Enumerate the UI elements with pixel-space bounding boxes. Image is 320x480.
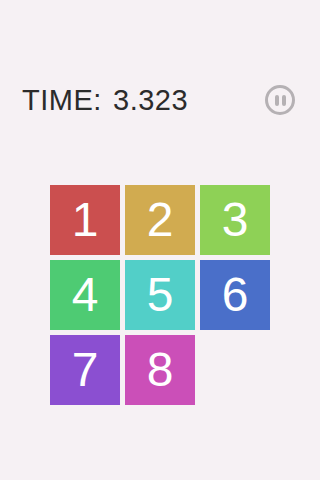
- pause-bar-left: [275, 95, 279, 106]
- board: 12345678: [50, 185, 270, 405]
- pause-circle-icon: [275, 95, 286, 106]
- tile-8[interactable]: 8: [125, 335, 195, 405]
- tile-6[interactable]: 6: [200, 260, 270, 330]
- time-value: 3.323: [113, 84, 188, 116]
- tile-3[interactable]: 3: [200, 185, 270, 255]
- tile-5[interactable]: 5: [125, 260, 195, 330]
- empty-cell: [200, 335, 270, 405]
- time-label: TIME:: [22, 84, 102, 116]
- game-screen: TIME: 3.323 12345678: [0, 0, 320, 480]
- tile-1[interactable]: 1: [50, 185, 120, 255]
- tile-4[interactable]: 4: [50, 260, 120, 330]
- pause-bar-right: [282, 95, 286, 106]
- tile-2[interactable]: 2: [125, 185, 195, 255]
- pause-button[interactable]: [265, 85, 295, 115]
- tile-7[interactable]: 7: [50, 335, 120, 405]
